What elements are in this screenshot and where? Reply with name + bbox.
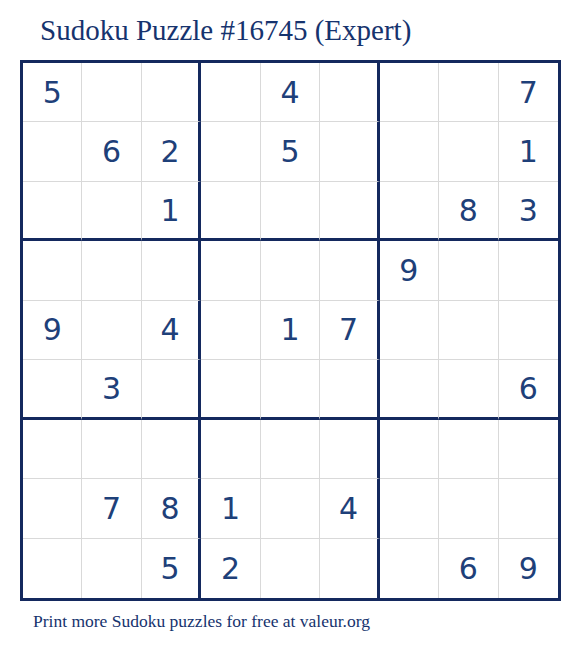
cell-r5c7[interactable] bbox=[380, 301, 439, 360]
cell-r6c1[interactable] bbox=[23, 360, 82, 419]
cell-r7c7[interactable] bbox=[380, 420, 439, 479]
cell-r6c4[interactable] bbox=[201, 360, 260, 419]
cell-r4c4[interactable] bbox=[201, 241, 260, 300]
cell-r2c6[interactable] bbox=[320, 122, 379, 181]
cell-r8c9[interactable] bbox=[499, 479, 558, 538]
cell-r3c5[interactable] bbox=[261, 182, 320, 241]
cell-r1c6[interactable] bbox=[320, 63, 379, 122]
cell-r2c7[interactable] bbox=[380, 122, 439, 181]
cell-r4c9[interactable] bbox=[499, 241, 558, 300]
cell-r5c3[interactable]: 4 bbox=[142, 301, 201, 360]
cell-r6c7[interactable] bbox=[380, 360, 439, 419]
cell-r2c8[interactable] bbox=[439, 122, 498, 181]
cell-r3c8[interactable]: 8 bbox=[439, 182, 498, 241]
cell-r1c8[interactable] bbox=[439, 63, 498, 122]
cell-r5c6[interactable]: 7 bbox=[320, 301, 379, 360]
cell-r7c1[interactable] bbox=[23, 420, 82, 479]
cell-r4c3[interactable] bbox=[142, 241, 201, 300]
cell-r6c5[interactable] bbox=[261, 360, 320, 419]
cell-r4c8[interactable] bbox=[439, 241, 498, 300]
cell-r4c5[interactable] bbox=[261, 241, 320, 300]
cell-r2c2[interactable]: 6 bbox=[82, 122, 141, 181]
cell-r4c6[interactable] bbox=[320, 241, 379, 300]
cell-r3c3[interactable]: 1 bbox=[142, 182, 201, 241]
cell-r7c3[interactable] bbox=[142, 420, 201, 479]
cell-r6c9[interactable]: 6 bbox=[499, 360, 558, 419]
page-title: Sudoku Puzzle #16745 (Expert) bbox=[40, 14, 411, 47]
cell-r4c7[interactable]: 9 bbox=[380, 241, 439, 300]
cell-r2c1[interactable] bbox=[23, 122, 82, 181]
cell-r9c7[interactable] bbox=[380, 539, 439, 598]
cell-r3c4[interactable] bbox=[201, 182, 260, 241]
cell-r8c2[interactable]: 7 bbox=[82, 479, 141, 538]
cell-r6c6[interactable] bbox=[320, 360, 379, 419]
cell-r3c2[interactable] bbox=[82, 182, 141, 241]
cell-r8c5[interactable] bbox=[261, 479, 320, 538]
cell-r9c1[interactable] bbox=[23, 539, 82, 598]
cell-r8c4[interactable]: 1 bbox=[201, 479, 260, 538]
cell-r3c7[interactable] bbox=[380, 182, 439, 241]
cell-r5c1[interactable]: 9 bbox=[23, 301, 82, 360]
cell-r1c2[interactable] bbox=[82, 63, 141, 122]
cell-r9c3[interactable]: 5 bbox=[142, 539, 201, 598]
cell-r9c6[interactable] bbox=[320, 539, 379, 598]
cell-r5c5[interactable]: 1 bbox=[261, 301, 320, 360]
cell-r8c1[interactable] bbox=[23, 479, 82, 538]
cell-r1c9[interactable]: 7 bbox=[499, 63, 558, 122]
cell-r3c9[interactable]: 3 bbox=[499, 182, 558, 241]
cell-r6c3[interactable] bbox=[142, 360, 201, 419]
cell-r9c2[interactable] bbox=[82, 539, 141, 598]
cell-r1c4[interactable] bbox=[201, 63, 260, 122]
cell-r3c6[interactable] bbox=[320, 182, 379, 241]
cell-r7c6[interactable] bbox=[320, 420, 379, 479]
cell-r5c8[interactable] bbox=[439, 301, 498, 360]
footer-note: Print more Sudoku puzzles for free at va… bbox=[33, 611, 370, 632]
cell-r2c3[interactable]: 2 bbox=[142, 122, 201, 181]
cell-r3c1[interactable] bbox=[23, 182, 82, 241]
cell-r7c8[interactable] bbox=[439, 420, 498, 479]
cell-r7c9[interactable] bbox=[499, 420, 558, 479]
cell-r5c9[interactable] bbox=[499, 301, 558, 360]
cell-r2c4[interactable] bbox=[201, 122, 260, 181]
cell-r9c9[interactable]: 9 bbox=[499, 539, 558, 598]
cell-r7c4[interactable] bbox=[201, 420, 260, 479]
cell-r9c4[interactable]: 2 bbox=[201, 539, 260, 598]
cell-r1c5[interactable]: 4 bbox=[261, 63, 320, 122]
cell-r6c2[interactable]: 3 bbox=[82, 360, 141, 419]
cell-r5c4[interactable] bbox=[201, 301, 260, 360]
cell-r1c3[interactable] bbox=[142, 63, 201, 122]
sudoku-board: 5476251183994173678145269 bbox=[20, 60, 561, 601]
cell-r6c8[interactable] bbox=[439, 360, 498, 419]
cell-r1c7[interactable] bbox=[380, 63, 439, 122]
cell-r4c1[interactable] bbox=[23, 241, 82, 300]
cell-r7c2[interactable] bbox=[82, 420, 141, 479]
cell-r8c3[interactable]: 8 bbox=[142, 479, 201, 538]
cell-r8c8[interactable] bbox=[439, 479, 498, 538]
cell-r9c5[interactable] bbox=[261, 539, 320, 598]
cell-r4c2[interactable] bbox=[82, 241, 141, 300]
cell-r9c8[interactable]: 6 bbox=[439, 539, 498, 598]
cell-r8c7[interactable] bbox=[380, 479, 439, 538]
cell-r2c5[interactable]: 5 bbox=[261, 122, 320, 181]
cell-r5c2[interactable] bbox=[82, 301, 141, 360]
cell-r8c6[interactable]: 4 bbox=[320, 479, 379, 538]
cell-r7c5[interactable] bbox=[261, 420, 320, 479]
cell-r1c1[interactable]: 5 bbox=[23, 63, 82, 122]
cell-r2c9[interactable]: 1 bbox=[499, 122, 558, 181]
